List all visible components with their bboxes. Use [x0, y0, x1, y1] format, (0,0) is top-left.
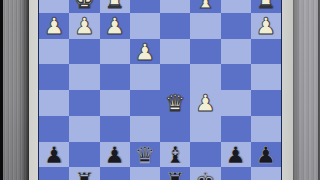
square-r6c5[interactable] [190, 142, 220, 168]
square-r0c1[interactable]: ♚ [69, 0, 99, 13]
piece-black-rook[interactable]: ♜ [74, 169, 95, 180]
square-r0c6[interactable] [221, 0, 251, 13]
square-r2c4[interactable] [160, 39, 190, 65]
square-r5c4[interactable] [160, 116, 190, 142]
square-r3c2[interactable] [100, 64, 130, 90]
square-r5c2[interactable] [100, 116, 130, 142]
square-r2c2[interactable] [100, 39, 130, 65]
square-r5c3[interactable] [130, 116, 160, 142]
square-r3c0[interactable] [39, 64, 69, 90]
square-r7c7[interactable] [251, 167, 281, 180]
square-r1c0[interactable]: ♟ [39, 13, 69, 39]
square-r0c2[interactable]: ♜ [100, 0, 130, 13]
square-r1c5[interactable] [190, 13, 220, 39]
square-r1c1[interactable]: ♟ [69, 13, 99, 39]
piece-white-pawn[interactable]: ♟ [256, 15, 277, 38]
square-r6c2[interactable]: ♟ [100, 142, 130, 168]
square-r4c2[interactable] [100, 90, 130, 116]
square-r7c0[interactable] [39, 167, 69, 180]
square-r7c5[interactable]: ♚ [190, 167, 220, 180]
piece-black-king[interactable]: ♚ [195, 169, 216, 180]
piece-white-rook[interactable]: ♜ [256, 0, 277, 12]
piece-black-rook[interactable]: ♜ [165, 169, 186, 180]
square-r0c4[interactable] [160, 0, 190, 13]
square-r7c3[interactable] [130, 167, 160, 180]
square-r5c6[interactable] [221, 116, 251, 142]
square-r2c1[interactable] [69, 39, 99, 65]
piece-white-pawn[interactable]: ♟ [135, 40, 156, 63]
square-r7c1[interactable]: ♜ [69, 167, 99, 180]
piece-black-queen[interactable]: ♛ [135, 143, 156, 166]
piece-black-pawn[interactable]: ♟ [104, 143, 125, 166]
piece-white-pawn[interactable]: ♟ [195, 92, 216, 115]
piece-white-bishop[interactable]: ♝ [195, 0, 216, 12]
square-r6c6[interactable]: ♟ [221, 142, 251, 168]
square-r6c7[interactable]: ♟ [251, 142, 281, 168]
piece-black-pawn[interactable]: ♟ [44, 143, 65, 166]
square-r5c7[interactable] [251, 116, 281, 142]
piece-white-king[interactable]: ♚ [74, 0, 95, 12]
square-r1c6[interactable] [221, 13, 251, 39]
square-r0c5[interactable]: ♝ [190, 0, 220, 13]
square-r5c5[interactable] [190, 116, 220, 142]
square-r3c7[interactable] [251, 64, 281, 90]
square-r3c1[interactable] [69, 64, 99, 90]
square-r3c3[interactable] [130, 64, 160, 90]
chess-board: ♚♜♝♜♟♟♟♟♟♛♟♟♟♛♝♟♟♜♜♚ [38, 0, 282, 180]
piece-white-pawn[interactable]: ♟ [104, 15, 125, 38]
square-r5c0[interactable] [39, 116, 69, 142]
screenshot-root: ♚♜♝♜♟♟♟♟♟♛♟♟♟♛♝♟♟♜♜♚ [0, 0, 320, 180]
square-r1c2[interactable]: ♟ [100, 13, 130, 39]
square-r2c3[interactable]: ♟ [130, 39, 160, 65]
square-r2c6[interactable] [221, 39, 251, 65]
square-r3c5[interactable] [190, 64, 220, 90]
piece-black-bishop[interactable]: ♝ [165, 143, 186, 166]
square-r7c6[interactable] [221, 167, 251, 180]
square-r1c4[interactable] [160, 13, 190, 39]
square-r6c0[interactable]: ♟ [39, 142, 69, 168]
square-r4c4[interactable]: ♛ [160, 90, 190, 116]
square-r1c3[interactable] [130, 13, 160, 39]
square-r2c7[interactable] [251, 39, 281, 65]
piece-white-pawn[interactable]: ♟ [44, 15, 65, 38]
square-r4c1[interactable] [69, 90, 99, 116]
square-r3c6[interactable] [221, 64, 251, 90]
square-r5c1[interactable] [69, 116, 99, 142]
piece-white-queen[interactable]: ♛ [165, 92, 186, 115]
square-r6c4[interactable]: ♝ [160, 142, 190, 168]
square-r3c4[interactable] [160, 64, 190, 90]
square-r0c3[interactable] [130, 0, 160, 13]
square-r6c3[interactable]: ♛ [130, 142, 160, 168]
square-r4c7[interactable] [251, 90, 281, 116]
square-r7c4[interactable]: ♜ [160, 167, 190, 180]
square-r4c6[interactable] [221, 90, 251, 116]
piece-white-pawn[interactable]: ♟ [74, 15, 95, 38]
square-r1c7[interactable]: ♟ [251, 13, 281, 39]
table-surface-left [0, 0, 30, 180]
square-r2c0[interactable] [39, 39, 69, 65]
square-r4c0[interactable] [39, 90, 69, 116]
square-r4c5[interactable]: ♟ [190, 90, 220, 116]
piece-black-pawn[interactable]: ♟ [256, 143, 277, 166]
square-r7c2[interactable] [100, 167, 130, 180]
piece-black-pawn[interactable]: ♟ [225, 143, 246, 166]
square-r0c0[interactable] [39, 0, 69, 13]
square-r4c3[interactable] [130, 90, 160, 116]
square-r6c1[interactable] [69, 142, 99, 168]
square-r0c7[interactable]: ♜ [251, 0, 281, 13]
table-surface-right [293, 0, 320, 180]
square-r2c5[interactable] [190, 39, 220, 65]
piece-white-rook[interactable]: ♜ [104, 0, 125, 12]
